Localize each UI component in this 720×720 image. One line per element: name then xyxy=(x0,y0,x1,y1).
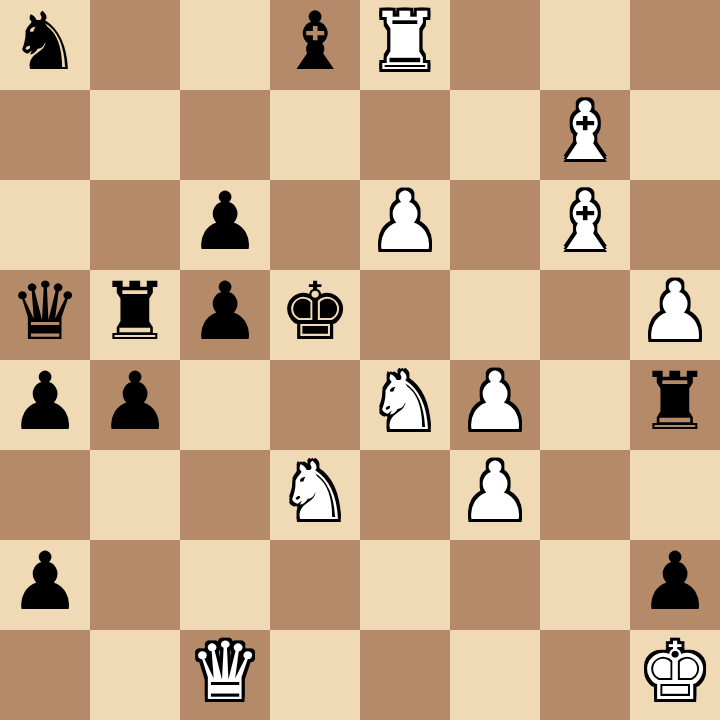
piece-black-rook-b5[interactable]: ♜ xyxy=(99,267,171,357)
piece-black-queen-a5[interactable]: ♛ xyxy=(9,267,81,357)
piece-white-king-h1[interactable]: ♚ xyxy=(639,627,711,717)
square-d1[interactable] xyxy=(270,630,360,720)
square-c2[interactable] xyxy=(180,540,270,630)
square-h6[interactable] xyxy=(630,180,720,270)
square-e1[interactable] xyxy=(360,630,450,720)
square-g7[interactable]: ♝ xyxy=(540,90,630,180)
square-c6[interactable]: ♟ xyxy=(180,180,270,270)
piece-black-pawn-a4[interactable]: ♟ xyxy=(9,357,81,447)
square-d2[interactable] xyxy=(270,540,360,630)
piece-white-rook-e8[interactable]: ♜ xyxy=(369,0,441,87)
square-b5[interactable]: ♜ xyxy=(90,270,180,360)
square-e3[interactable] xyxy=(360,450,450,540)
piece-white-bishop-g7[interactable]: ♝ xyxy=(549,87,621,177)
square-f2[interactable] xyxy=(450,540,540,630)
chess-board-container: ♞♝♜♝♟♟♝♛♜♟♚♟♟♟♞♟♜♞♟♟♟♛♚ xyxy=(0,0,720,720)
square-e5[interactable] xyxy=(360,270,450,360)
square-g2[interactable] xyxy=(540,540,630,630)
square-d5[interactable]: ♚ xyxy=(270,270,360,360)
square-h3[interactable] xyxy=(630,450,720,540)
square-a7[interactable] xyxy=(0,90,90,180)
square-b1[interactable] xyxy=(90,630,180,720)
piece-white-knight-d3[interactable]: ♞ xyxy=(279,447,351,537)
square-f7[interactable] xyxy=(450,90,540,180)
square-h2[interactable]: ♟ xyxy=(630,540,720,630)
piece-white-queen-c1[interactable]: ♛ xyxy=(189,627,261,717)
square-b2[interactable] xyxy=(90,540,180,630)
square-h4[interactable]: ♜ xyxy=(630,360,720,450)
square-h8[interactable] xyxy=(630,0,720,90)
square-c5[interactable]: ♟ xyxy=(180,270,270,360)
piece-white-pawn-f4[interactable]: ♟ xyxy=(459,357,531,447)
square-a8[interactable]: ♞ xyxy=(0,0,90,90)
square-c7[interactable] xyxy=(180,90,270,180)
square-c4[interactable] xyxy=(180,360,270,450)
square-f8[interactable] xyxy=(450,0,540,90)
square-d7[interactable] xyxy=(270,90,360,180)
square-a2[interactable]: ♟ xyxy=(0,540,90,630)
square-g3[interactable] xyxy=(540,450,630,540)
square-h1[interactable]: ♚ xyxy=(630,630,720,720)
square-a5[interactable]: ♛ xyxy=(0,270,90,360)
piece-white-pawn-h5[interactable]: ♟ xyxy=(639,267,711,357)
square-e7[interactable] xyxy=(360,90,450,180)
square-e6[interactable]: ♟ xyxy=(360,180,450,270)
piece-black-pawn-h2[interactable]: ♟ xyxy=(639,537,711,627)
square-b3[interactable] xyxy=(90,450,180,540)
piece-black-king-d5[interactable]: ♚ xyxy=(279,267,351,357)
square-g5[interactable] xyxy=(540,270,630,360)
square-g6[interactable]: ♝ xyxy=(540,180,630,270)
square-h5[interactable]: ♟ xyxy=(630,270,720,360)
square-f3[interactable]: ♟ xyxy=(450,450,540,540)
square-c1[interactable]: ♛ xyxy=(180,630,270,720)
square-d4[interactable] xyxy=(270,360,360,450)
square-e4[interactable]: ♞ xyxy=(360,360,450,450)
square-e2[interactable] xyxy=(360,540,450,630)
square-g8[interactable] xyxy=(540,0,630,90)
square-a6[interactable] xyxy=(0,180,90,270)
square-b7[interactable] xyxy=(90,90,180,180)
square-d8[interactable]: ♝ xyxy=(270,0,360,90)
square-b8[interactable] xyxy=(90,0,180,90)
piece-black-rook-h4[interactable]: ♜ xyxy=(639,357,711,447)
chess-board: ♞♝♜♝♟♟♝♛♜♟♚♟♟♟♞♟♜♞♟♟♟♛♚ xyxy=(0,0,720,720)
piece-white-bishop-g6[interactable]: ♝ xyxy=(549,177,621,267)
square-f1[interactable] xyxy=(450,630,540,720)
square-f5[interactable] xyxy=(450,270,540,360)
square-a4[interactable]: ♟ xyxy=(0,360,90,450)
square-d3[interactable]: ♞ xyxy=(270,450,360,540)
square-h7[interactable] xyxy=(630,90,720,180)
square-c3[interactable] xyxy=(180,450,270,540)
square-g4[interactable] xyxy=(540,360,630,450)
square-d6[interactable] xyxy=(270,180,360,270)
square-f4[interactable]: ♟ xyxy=(450,360,540,450)
square-a3[interactable] xyxy=(0,450,90,540)
piece-black-pawn-a2[interactable]: ♟ xyxy=(9,537,81,627)
square-c8[interactable] xyxy=(180,0,270,90)
piece-black-pawn-c5[interactable]: ♟ xyxy=(189,267,261,357)
square-e8[interactable]: ♜ xyxy=(360,0,450,90)
piece-black-pawn-b4[interactable]: ♟ xyxy=(99,357,171,447)
piece-white-knight-e4[interactable]: ♞ xyxy=(369,357,441,447)
piece-white-pawn-f3[interactable]: ♟ xyxy=(459,447,531,537)
square-b4[interactable]: ♟ xyxy=(90,360,180,450)
square-a1[interactable] xyxy=(0,630,90,720)
square-b6[interactable] xyxy=(90,180,180,270)
piece-black-bishop-d8[interactable]: ♝ xyxy=(279,0,351,87)
piece-black-pawn-c6[interactable]: ♟ xyxy=(189,177,261,267)
square-g1[interactable] xyxy=(540,630,630,720)
square-f6[interactable] xyxy=(450,180,540,270)
piece-white-pawn-e6[interactable]: ♟ xyxy=(369,177,441,267)
piece-black-knight-a8[interactable]: ♞ xyxy=(9,0,81,87)
